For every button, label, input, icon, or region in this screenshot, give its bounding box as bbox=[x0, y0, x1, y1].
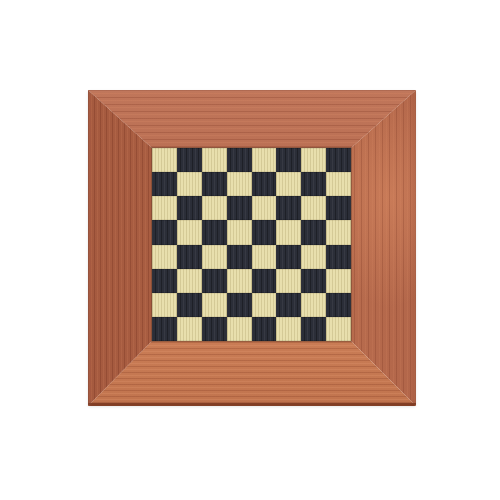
square-c3[interactable] bbox=[202, 269, 227, 293]
square-h2[interactable] bbox=[326, 293, 351, 317]
square-g1[interactable] bbox=[301, 317, 326, 341]
photo-canvas bbox=[0, 0, 500, 500]
square-d4[interactable] bbox=[227, 245, 252, 269]
square-e2[interactable] bbox=[252, 293, 277, 317]
square-g6[interactable] bbox=[301, 196, 326, 220]
square-e1[interactable] bbox=[252, 317, 277, 341]
square-f8[interactable] bbox=[276, 148, 301, 172]
square-b5[interactable] bbox=[177, 220, 202, 244]
square-f5[interactable] bbox=[276, 220, 301, 244]
square-b6[interactable] bbox=[177, 196, 202, 220]
square-d5[interactable] bbox=[227, 220, 252, 244]
square-b4[interactable] bbox=[177, 245, 202, 269]
square-c8[interactable] bbox=[202, 148, 227, 172]
square-f1[interactable] bbox=[276, 317, 301, 341]
square-h3[interactable] bbox=[326, 269, 351, 293]
square-b1[interactable] bbox=[177, 317, 202, 341]
square-e3[interactable] bbox=[252, 269, 277, 293]
square-g2[interactable] bbox=[301, 293, 326, 317]
square-g7[interactable] bbox=[301, 172, 326, 196]
square-e8[interactable] bbox=[252, 148, 277, 172]
board-bottom-edge bbox=[88, 403, 416, 406]
square-g8[interactable] bbox=[301, 148, 326, 172]
square-d7[interactable] bbox=[227, 172, 252, 196]
square-f7[interactable] bbox=[276, 172, 301, 196]
square-f2[interactable] bbox=[276, 293, 301, 317]
square-a8[interactable] bbox=[152, 148, 177, 172]
square-c2[interactable] bbox=[202, 293, 227, 317]
square-a7[interactable] bbox=[152, 172, 177, 196]
square-e6[interactable] bbox=[252, 196, 277, 220]
square-f6[interactable] bbox=[276, 196, 301, 220]
square-d2[interactable] bbox=[227, 293, 252, 317]
square-d8[interactable] bbox=[227, 148, 252, 172]
square-h6[interactable] bbox=[326, 196, 351, 220]
square-b2[interactable] bbox=[177, 293, 202, 317]
square-h1[interactable] bbox=[326, 317, 351, 341]
square-f4[interactable] bbox=[276, 245, 301, 269]
square-e4[interactable] bbox=[252, 245, 277, 269]
square-d6[interactable] bbox=[227, 196, 252, 220]
square-a4[interactable] bbox=[152, 245, 177, 269]
square-a2[interactable] bbox=[152, 293, 177, 317]
square-b3[interactable] bbox=[177, 269, 202, 293]
square-a3[interactable] bbox=[152, 269, 177, 293]
square-a6[interactable] bbox=[152, 196, 177, 220]
square-a1[interactable] bbox=[152, 317, 177, 341]
square-c4[interactable] bbox=[202, 245, 227, 269]
square-d1[interactable] bbox=[227, 317, 252, 341]
square-g5[interactable] bbox=[301, 220, 326, 244]
square-h5[interactable] bbox=[326, 220, 351, 244]
square-c7[interactable] bbox=[202, 172, 227, 196]
square-b8[interactable] bbox=[177, 148, 202, 172]
checkerboard-grid bbox=[152, 148, 351, 341]
square-g4[interactable] bbox=[301, 245, 326, 269]
square-h4[interactable] bbox=[326, 245, 351, 269]
square-h8[interactable] bbox=[326, 148, 351, 172]
square-g3[interactable] bbox=[301, 269, 326, 293]
square-c1[interactable] bbox=[202, 317, 227, 341]
square-c5[interactable] bbox=[202, 220, 227, 244]
square-f3[interactable] bbox=[276, 269, 301, 293]
chessboard bbox=[88, 90, 416, 406]
square-c6[interactable] bbox=[202, 196, 227, 220]
square-b7[interactable] bbox=[177, 172, 202, 196]
square-d3[interactable] bbox=[227, 269, 252, 293]
square-a5[interactable] bbox=[152, 220, 177, 244]
square-e7[interactable] bbox=[252, 172, 277, 196]
square-h7[interactable] bbox=[326, 172, 351, 196]
square-e5[interactable] bbox=[252, 220, 277, 244]
